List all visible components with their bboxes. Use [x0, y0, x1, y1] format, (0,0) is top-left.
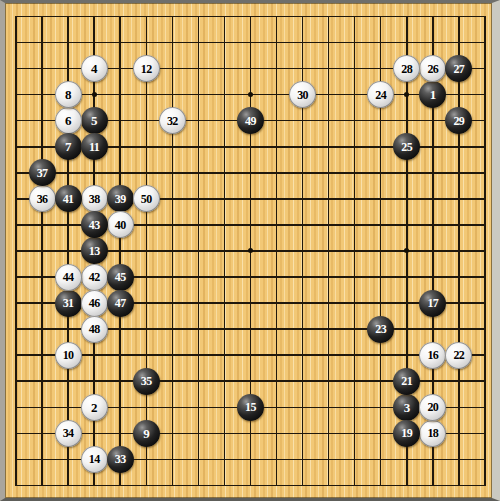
stone-black-35[interactable]: 35	[133, 368, 160, 395]
stone-move-number: 6	[65, 114, 71, 127]
stone-white-4[interactable]: 4	[81, 55, 108, 82]
stone-black-1[interactable]: 1	[419, 81, 446, 108]
stone-black-49[interactable]: 49	[237, 107, 264, 134]
stone-white-36[interactable]: 36	[29, 185, 56, 212]
stone-move-number: 33	[115, 453, 126, 465]
stone-white-44[interactable]: 44	[55, 264, 82, 291]
stone-move-number: 34	[63, 427, 74, 439]
stone-white-2[interactable]: 2	[81, 394, 108, 421]
stone-move-number: 11	[89, 140, 99, 152]
stone-move-number: 44	[63, 271, 74, 283]
stone-black-23[interactable]: 23	[367, 316, 394, 343]
stone-move-number: 28	[401, 62, 412, 74]
stone-white-38[interactable]: 38	[81, 185, 108, 212]
stone-move-number: 49	[245, 114, 256, 126]
stone-white-30[interactable]: 30	[289, 81, 316, 108]
stone-black-41[interactable]: 41	[55, 185, 82, 212]
stone-move-number: 40	[115, 218, 126, 230]
stone-black-17[interactable]: 17	[419, 290, 446, 317]
stone-black-25[interactable]: 25	[393, 133, 420, 160]
stone-black-7[interactable]: 7	[55, 133, 82, 160]
stone-move-number: 41	[63, 192, 74, 204]
stone-move-number: 16	[427, 349, 438, 361]
stone-move-number: 25	[401, 140, 412, 152]
stone-move-number: 39	[115, 192, 126, 204]
stone-move-number: 47	[115, 297, 126, 309]
stone-white-8[interactable]: 8	[55, 81, 82, 108]
stone-move-number: 24	[375, 88, 386, 100]
go-diagram-window: 1234567891011121314151617181920212223242…	[0, 0, 500, 501]
stone-move-number: 35	[141, 375, 152, 387]
stone-move-number: 32	[167, 114, 178, 126]
stone-move-number: 48	[89, 323, 100, 335]
stone-move-number: 46	[89, 297, 100, 309]
stone-white-16[interactable]: 16	[419, 342, 446, 369]
stone-black-43[interactable]: 43	[81, 211, 108, 238]
stone-white-22[interactable]: 22	[445, 342, 472, 369]
stone-white-24[interactable]: 24	[367, 81, 394, 108]
stone-move-number: 7	[65, 140, 71, 153]
stone-black-3[interactable]: 3	[393, 394, 420, 421]
stone-white-18[interactable]: 18	[419, 420, 446, 447]
stone-move-number: 37	[37, 166, 48, 178]
stone-black-19[interactable]: 19	[393, 420, 420, 447]
stone-move-number: 9	[143, 426, 149, 439]
stone-black-39[interactable]: 39	[107, 185, 134, 212]
stone-move-number: 42	[89, 271, 100, 283]
stone-black-33[interactable]: 33	[107, 446, 134, 473]
stone-black-21[interactable]: 21	[393, 368, 420, 395]
stone-black-15[interactable]: 15	[237, 394, 264, 421]
stone-move-number: 19	[401, 427, 412, 439]
stone-move-number: 14	[89, 453, 100, 465]
stone-white-14[interactable]: 14	[81, 446, 108, 473]
stone-move-number: 13	[89, 244, 100, 256]
stone-move-number: 10	[63, 349, 74, 361]
stone-white-34[interactable]: 34	[55, 420, 82, 447]
stone-move-number: 3	[404, 400, 410, 413]
stone-white-28[interactable]: 28	[393, 55, 420, 82]
stone-move-number: 23	[375, 323, 386, 335]
stone-move-number: 22	[453, 349, 464, 361]
stone-move-number: 18	[427, 427, 438, 439]
stone-move-number: 8	[65, 88, 71, 101]
stone-white-46[interactable]: 46	[81, 290, 108, 317]
stone-move-number: 20	[427, 401, 438, 413]
stone-white-40[interactable]: 40	[107, 211, 134, 238]
stone-move-number: 27	[453, 62, 464, 74]
stone-move-number: 26	[427, 62, 438, 74]
stone-black-11[interactable]: 11	[81, 133, 108, 160]
stone-white-42[interactable]: 42	[81, 264, 108, 291]
stone-move-number: 1	[430, 88, 436, 101]
stone-move-number: 4	[91, 62, 97, 75]
stone-move-number: 43	[89, 218, 100, 230]
stone-white-10[interactable]: 10	[55, 342, 82, 369]
stone-move-number: 29	[453, 114, 464, 126]
stone-black-27[interactable]: 27	[445, 55, 472, 82]
stone-move-number: 17	[427, 297, 438, 309]
stone-move-number: 15	[245, 401, 256, 413]
stone-move-number: 38	[89, 192, 100, 204]
stone-white-50[interactable]: 50	[133, 185, 160, 212]
stone-move-number: 5	[91, 114, 97, 127]
stone-move-number: 45	[115, 271, 126, 283]
stone-move-number: 12	[141, 62, 152, 74]
stone-black-5[interactable]: 5	[81, 107, 108, 134]
stone-move-number: 50	[141, 192, 152, 204]
stone-black-13[interactable]: 13	[81, 237, 108, 264]
stone-move-number: 31	[63, 297, 74, 309]
stone-white-12[interactable]: 12	[133, 55, 160, 82]
stone-white-32[interactable]: 32	[159, 107, 186, 134]
stone-move-number: 2	[91, 400, 97, 413]
stone-move-number: 30	[297, 88, 308, 100]
stone-move-number: 21	[401, 375, 412, 387]
stone-black-37[interactable]: 37	[29, 159, 56, 186]
stone-black-45[interactable]: 45	[107, 264, 134, 291]
stone-white-26[interactable]: 26	[419, 55, 446, 82]
stone-move-number: 36	[37, 192, 48, 204]
board-grid[interactable]: 1234567891011121314151617181920212223242…	[3, 4, 498, 499]
stone-white-48[interactable]: 48	[81, 316, 108, 343]
stone-black-31[interactable]: 31	[55, 290, 82, 317]
stone-black-47[interactable]: 47	[107, 290, 134, 317]
stone-white-6[interactable]: 6	[55, 107, 82, 134]
stone-black-29[interactable]: 29	[445, 107, 472, 134]
stone-black-9[interactable]: 9	[133, 420, 160, 447]
stone-white-20[interactable]: 20	[419, 394, 446, 421]
